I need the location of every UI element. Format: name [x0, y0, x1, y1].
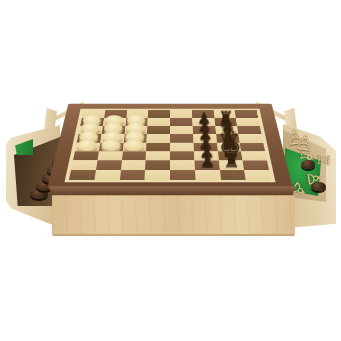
square-h1	[244, 170, 271, 180]
square-b4	[99, 143, 124, 152]
dark-dark-pawn-piece: ♟	[199, 153, 215, 170]
square-a2	[71, 161, 97, 171]
square-h7	[236, 118, 260, 126]
light-checker-piece	[101, 140, 120, 151]
square-d7	[148, 118, 170, 126]
square-e4	[170, 143, 194, 152]
square-h3	[241, 151, 267, 160]
square-d5	[147, 134, 170, 142]
square-f1	[195, 170, 221, 180]
board-maple-border: ♟♜♟♞♟♝♟♛♟♚♟♜	[64, 109, 275, 182]
square-b2	[96, 161, 122, 171]
square-f2: ♟	[194, 161, 219, 171]
square-a3	[73, 151, 99, 160]
square-h5	[239, 134, 264, 142]
light-checker-piece	[125, 140, 144, 151]
box-front-face	[52, 195, 295, 236]
square-h4	[240, 143, 265, 152]
square-d1	[145, 170, 170, 180]
drawer-left-green-felt	[15, 139, 33, 155]
square-h8	[235, 110, 258, 118]
square-c2	[120, 161, 145, 171]
square-e7	[170, 118, 192, 126]
square-a1	[69, 170, 96, 180]
dark-dark-rook-piece: ♜	[223, 151, 240, 170]
square-d2	[145, 161, 170, 171]
square-b3	[97, 151, 122, 160]
board-squares-grid: ♟♜♟♞♟♝♟♛♟♚♟♜	[69, 110, 271, 180]
square-a4	[75, 143, 100, 152]
square-c4	[122, 143, 146, 152]
square-e8	[170, 110, 192, 118]
square-e1	[170, 170, 195, 180]
chess-board-3d-wrap: ♟♜♟♞♟♝♟♛♟♚♟♜	[47, 0, 293, 189]
square-c3	[121, 151, 146, 160]
square-e5	[170, 134, 193, 142]
square-d8	[148, 110, 170, 118]
square-g2: ♜	[219, 161, 245, 171]
square-d4	[146, 143, 170, 152]
square-d3	[146, 151, 170, 160]
square-h2	[243, 161, 269, 171]
square-e6	[170, 126, 193, 134]
square-c1	[119, 170, 145, 180]
light-checker-piece	[77, 140, 96, 151]
product-photo-games-box: ♟♜♟♞♟♝♟♛♟♚♟♜ ♙♙♗♖♙♙	[0, 0, 341, 341]
square-b1	[94, 170, 120, 180]
square-e2	[170, 161, 195, 171]
square-g1	[220, 170, 246, 180]
chess-board: ♟♜♟♞♟♝♟♛♟♚♟♜	[47, 104, 293, 189]
square-e3	[170, 151, 194, 160]
wood-grain-texture	[52, 196, 295, 234]
square-d6	[147, 126, 170, 134]
